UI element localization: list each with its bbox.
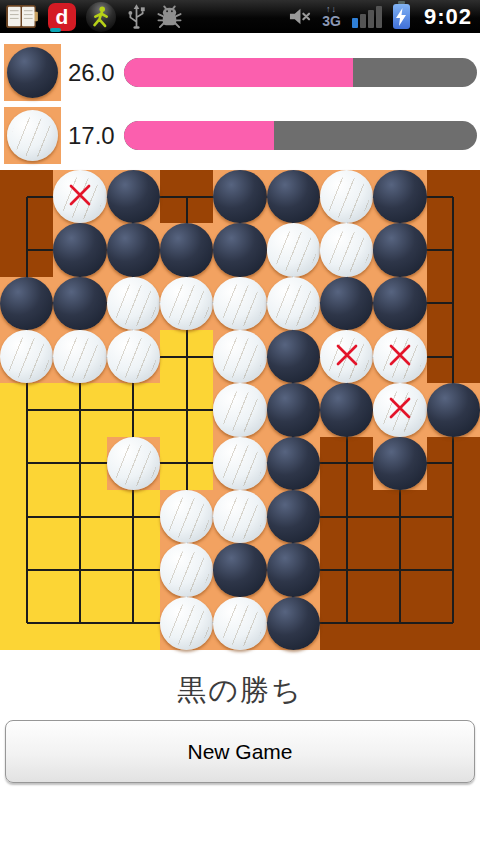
white-stone [213, 330, 266, 383]
battery-charging-icon [393, 4, 410, 29]
board-cell[interactable] [107, 437, 160, 490]
board-cell[interactable] [53, 223, 106, 276]
board-cell[interactable] [427, 383, 480, 436]
white-stone [213, 437, 266, 490]
black-stone [0, 277, 53, 330]
board-cell[interactable] [107, 170, 160, 223]
new-game-button[interactable]: New Game [5, 720, 475, 783]
board-cell[interactable] [0, 490, 53, 543]
board-cell[interactable] [427, 330, 480, 383]
black-stone [160, 223, 213, 276]
board-cell[interactable] [53, 383, 106, 436]
dead-mark-x-icon [66, 182, 93, 209]
board-cell[interactable] [427, 543, 480, 596]
board-cell[interactable] [160, 330, 213, 383]
black-stone [267, 597, 320, 650]
board-cell[interactable] [320, 277, 373, 330]
board-cell[interactable] [373, 437, 426, 490]
board-cell[interactable] [213, 490, 266, 543]
android-debug-icon [157, 5, 182, 29]
white-stone [107, 330, 160, 383]
black-score-value: 26.0 [68, 59, 119, 87]
board-cell[interactable] [0, 543, 53, 596]
board-cell[interactable] [107, 490, 160, 543]
board-cell[interactable] [373, 170, 426, 223]
black-stone-icon [4, 44, 61, 101]
dead-mark-x-icon [386, 342, 413, 369]
board-cell[interactable] [320, 223, 373, 276]
black-stone [373, 437, 426, 490]
black-stone [213, 543, 266, 596]
board-cell[interactable] [267, 330, 320, 383]
board-cell[interactable] [267, 170, 320, 223]
board-cell[interactable] [427, 437, 480, 490]
board-cell[interactable] [320, 437, 373, 490]
board-cell[interactable] [160, 223, 213, 276]
board-cell[interactable] [427, 277, 480, 330]
board-cell[interactable] [53, 437, 106, 490]
board-cell[interactable] [213, 383, 266, 436]
board-cell[interactable] [53, 330, 106, 383]
black-score-bar [124, 58, 477, 87]
board-cell[interactable] [160, 490, 213, 543]
white-stone-icon [4, 107, 61, 164]
board-cell[interactable] [320, 383, 373, 436]
board-cell[interactable] [53, 490, 106, 543]
board-cell[interactable] [160, 543, 213, 596]
board-cell[interactable] [107, 543, 160, 596]
board-cell[interactable] [427, 597, 480, 650]
black-stone [53, 223, 106, 276]
white-stone [160, 490, 213, 543]
black-stone [53, 277, 106, 330]
board-cell[interactable] [213, 277, 266, 330]
status-bar-left: d [5, 2, 182, 32]
signal-strength-icon [352, 5, 382, 28]
board-cell[interactable] [427, 170, 480, 223]
board-cell[interactable] [373, 383, 426, 436]
board-cell[interactable] [0, 597, 53, 650]
status-bar-right: ↑↓ 3G 9:02 [288, 4, 475, 30]
board-cell[interactable] [267, 543, 320, 596]
white-stone [267, 277, 320, 330]
docomo-icon: d [48, 3, 76, 31]
black-score-row: 26.0 [0, 44, 480, 101]
white-stone [267, 223, 320, 276]
white-stone [107, 437, 160, 490]
board-cell[interactable] [373, 597, 426, 650]
white-stone [160, 277, 213, 330]
clock: 9:02 [424, 4, 472, 30]
board-cell[interactable] [213, 330, 266, 383]
board-cell[interactable] [320, 543, 373, 596]
score-panel: 26.0 17.0 [0, 33, 480, 170]
black-stone [320, 277, 373, 330]
black-stone [320, 383, 373, 436]
black-stone [213, 170, 266, 223]
white-stone [320, 223, 373, 276]
board-cell[interactable] [427, 223, 480, 276]
board-cell[interactable] [0, 330, 53, 383]
white-stone [213, 383, 266, 436]
board-cell[interactable] [0, 437, 53, 490]
board-cell[interactable] [320, 330, 373, 383]
black-stone [373, 223, 426, 276]
board-cell[interactable] [373, 277, 426, 330]
black-stone [107, 223, 160, 276]
mute-icon [288, 6, 311, 27]
usb-icon [126, 3, 147, 30]
board-cell[interactable] [213, 437, 266, 490]
white-stone [160, 543, 213, 596]
white-stone [0, 330, 53, 383]
black-stone [107, 170, 160, 223]
network-3g-icon: ↑↓ 3G [322, 5, 341, 28]
board-cell[interactable] [160, 383, 213, 436]
board-cell[interactable] [267, 597, 320, 650]
board-cell[interactable] [107, 330, 160, 383]
board-cell[interactable] [0, 277, 53, 330]
black-stone [267, 170, 320, 223]
board-cell[interactable] [373, 490, 426, 543]
black-stone [267, 383, 320, 436]
black-stone [213, 223, 266, 276]
board-cell[interactable] [320, 170, 373, 223]
board-cell[interactable] [213, 543, 266, 596]
board-cell[interactable] [267, 490, 320, 543]
black-stone [267, 490, 320, 543]
white-score-bar-fill [124, 121, 274, 150]
board-cell[interactable] [160, 597, 213, 650]
go-board[interactable] [0, 170, 480, 650]
board-cell[interactable] [267, 223, 320, 276]
board-cell[interactable] [53, 170, 106, 223]
black-stone [267, 543, 320, 596]
board-cell[interactable] [107, 383, 160, 436]
white-stone [160, 597, 213, 650]
board-cell[interactable] [107, 223, 160, 276]
board-cell[interactable] [53, 543, 106, 596]
white-stone [53, 330, 106, 383]
white-stone [213, 597, 266, 650]
board-cell[interactable] [373, 330, 426, 383]
black-stone [373, 170, 426, 223]
notebook-icon [5, 3, 38, 30]
network-3g-label: 3G [322, 14, 341, 28]
board-cell[interactable] [0, 383, 53, 436]
board-cell[interactable] [160, 437, 213, 490]
board-cell[interactable] [267, 437, 320, 490]
board-cell[interactable] [213, 597, 266, 650]
board-cell[interactable] [320, 490, 373, 543]
white-score-row: 17.0 [0, 107, 480, 164]
board-cell[interactable] [427, 490, 480, 543]
black-stone [373, 277, 426, 330]
board-cell[interactable] [0, 170, 53, 223]
board-cell[interactable] [107, 597, 160, 650]
black-stone [267, 330, 320, 383]
dead-mark-x-icon [333, 342, 360, 369]
white-stone [107, 277, 160, 330]
board-cell[interactable] [160, 277, 213, 330]
white-stone [213, 490, 266, 543]
dead-mark-x-icon [386, 395, 413, 422]
board-cell[interactable] [213, 223, 266, 276]
black-score-bar-fill [124, 58, 353, 87]
board-cell[interactable] [107, 277, 160, 330]
board-cell[interactable] [0, 223, 53, 276]
board-cell[interactable] [320, 597, 373, 650]
black-stone [427, 383, 480, 436]
board-cell[interactable] [267, 277, 320, 330]
board-cell[interactable] [373, 543, 426, 596]
white-score-bar [124, 121, 477, 150]
board-cell[interactable] [213, 170, 266, 223]
board-cell[interactable] [53, 277, 106, 330]
white-score-value: 17.0 [68, 122, 119, 150]
board-cell[interactable] [267, 383, 320, 436]
status-bar: d ↑↓ 3G [0, 0, 480, 33]
board-cell[interactable] [160, 170, 213, 223]
white-stone [213, 277, 266, 330]
board-cell[interactable] [373, 223, 426, 276]
black-stone [267, 437, 320, 490]
result-text: 黒の勝ち [0, 671, 480, 711]
pedometer-icon [86, 2, 116, 32]
board-cell[interactable] [53, 597, 106, 650]
white-stone [320, 170, 373, 223]
